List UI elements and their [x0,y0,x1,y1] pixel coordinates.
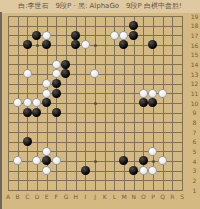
board-cell-D16[interactable] [32,40,42,50]
board-cell-S14[interactable] [177,59,187,69]
board-cell-A18[interactable] [3,21,13,31]
board-cell-F18[interactable] [51,21,61,31]
board-cell-N12[interactable] [129,79,139,89]
board-cell-H12[interactable] [71,79,81,89]
board-cell-P17[interactable] [148,30,158,40]
board-cell-J8[interactable] [90,117,100,127]
board-cell-C16[interactable] [22,40,32,50]
board-cell-B6[interactable] [13,137,23,147]
board-cell-P15[interactable] [148,50,158,60]
board-cell-K18[interactable] [100,21,110,31]
board-cell-L2[interactable] [109,175,119,185]
board-cell-E17[interactable] [42,30,52,40]
board-cell-C2[interactable] [22,175,32,185]
board-cell-O2[interactable] [138,175,148,185]
board-cell-L15[interactable] [109,50,119,60]
board-cell-M12[interactable] [119,79,129,89]
board-cell-L13[interactable] [109,69,119,79]
board-cell-Q14[interactable] [158,59,168,69]
board-cell-D9[interactable] [32,108,42,118]
board-cell-F8[interactable] [51,117,61,127]
board-cell-C6[interactable] [22,137,32,147]
board-cell-A19[interactable] [3,11,13,21]
board-cell-D15[interactable] [32,50,42,60]
board-cell-K10[interactable] [100,98,110,108]
board-cell-H7[interactable] [71,127,81,137]
board-cell-O10[interactable] [138,98,148,108]
black-stone-N3[interactable] [129,166,138,175]
black-stone-F12[interactable] [52,79,61,88]
board-cell-L6[interactable] [109,137,119,147]
board-cell-N7[interactable] [129,127,139,137]
board-cell-J18[interactable] [90,21,100,31]
board-cell-O5[interactable] [138,146,148,156]
board-cell-P14[interactable] [148,59,158,69]
board-cell-K2[interactable] [100,175,110,185]
board-cell-O3[interactable] [138,166,148,176]
board-cell-I8[interactable] [80,117,90,127]
board-cell-C11[interactable] [22,88,32,98]
board-cell-E6[interactable] [42,137,52,147]
black-stone-C6[interactable] [23,137,32,146]
board-cell-M14[interactable] [119,59,129,69]
board-cell-H19[interactable] [71,11,81,21]
board-cell-I9[interactable] [80,108,90,118]
board-cell-Q11[interactable] [158,88,168,98]
white-stone-P11[interactable] [148,89,157,98]
white-stone-O11[interactable] [139,89,148,98]
board-cell-L16[interactable] [109,40,119,50]
board-cell-D17[interactable] [32,30,42,40]
board-cell-B14[interactable] [13,59,23,69]
board-cell-R12[interactable] [167,79,177,89]
board-cell-P4[interactable] [148,156,158,166]
board-cell-H9[interactable] [71,108,81,118]
board-cell-F19[interactable] [51,11,61,21]
board-cell-I17[interactable] [80,30,90,40]
board-cell-B13[interactable] [13,69,23,79]
board-cell-B4[interactable] [13,156,23,166]
board-cell-L19[interactable] [109,11,119,21]
board-cell-R17[interactable] [167,30,177,40]
board-cell-H16[interactable] [71,40,81,50]
board-cell-K4[interactable] [100,156,110,166]
board-cell-J13[interactable] [90,69,100,79]
white-stone-F14[interactable] [52,60,61,69]
board-cell-L4[interactable] [109,156,119,166]
board-cell-S4[interactable] [177,156,187,166]
board-cell-M8[interactable] [119,117,129,127]
board-cell-G14[interactable] [61,59,71,69]
board-cell-D4[interactable] [32,156,42,166]
white-stone-Q11[interactable] [158,89,167,98]
board-cell-N15[interactable] [129,50,139,60]
board-cell-L8[interactable] [109,117,119,127]
board-cell-R19[interactable] [167,11,177,21]
board-cell-M9[interactable] [119,108,129,118]
board-cell-D3[interactable] [32,166,42,176]
white-stone-B10[interactable] [13,98,22,107]
board-cell-R14[interactable] [167,59,177,69]
board-cell-S10[interactable] [177,98,187,108]
board-cell-B9[interactable] [13,108,23,118]
black-stone-P16[interactable] [148,40,157,49]
board-cell-P16[interactable] [148,40,158,50]
board-cell-B3[interactable] [13,166,23,176]
board-cell-K6[interactable] [100,137,110,147]
board-cell-K5[interactable] [100,146,110,156]
black-stone-N18[interactable] [129,21,138,30]
board-cell-R3[interactable] [167,166,177,176]
board-cell-I4[interactable] [80,156,90,166]
white-stone-E5[interactable] [42,147,51,156]
board-cell-C12[interactable] [22,79,32,89]
board-cell-B17[interactable] [13,30,23,40]
black-stone-F11[interactable] [52,89,61,98]
black-stone-I3[interactable] [81,166,90,175]
board-cell-G6[interactable] [61,137,71,147]
board-cell-B19[interactable] [13,11,23,21]
board-cell-K13[interactable] [100,69,110,79]
board-cell-Q18[interactable] [158,21,168,31]
board-cell-H4[interactable] [71,156,81,166]
board-cell-M2[interactable] [119,175,129,185]
board-cell-E11[interactable] [42,88,52,98]
board-cell-J17[interactable] [90,30,100,40]
board-cell-D6[interactable] [32,137,42,147]
board-cell-Q9[interactable] [158,108,168,118]
board-cell-E13[interactable] [42,69,52,79]
board-cell-G8[interactable] [61,117,71,127]
board-cell-N4[interactable] [129,156,139,166]
board-cell-O4[interactable] [138,156,148,166]
board-cell-F9[interactable] [51,108,61,118]
board-cell-P2[interactable] [148,175,158,185]
board-cell-D12[interactable] [32,79,42,89]
board-cell-M17[interactable] [119,30,129,40]
white-stone-E12[interactable] [42,79,51,88]
board-cell-J6[interactable] [90,137,100,147]
board-cell-K3[interactable] [100,166,110,176]
board-cell-I7[interactable] [80,127,90,137]
board-cell-R10[interactable] [167,98,177,108]
board-cell-S11[interactable] [177,88,187,98]
board-cell-S13[interactable] [177,69,187,79]
board-cell-N2[interactable] [129,175,139,185]
board-cell-B5[interactable] [13,146,23,156]
board-cell-H2[interactable] [71,175,81,185]
board-cell-O14[interactable] [138,59,148,69]
board-cell-B2[interactable] [13,175,23,185]
board-cell-E10[interactable] [42,98,52,108]
board-cell-Q15[interactable] [158,50,168,60]
board-cell-J9[interactable] [90,108,100,118]
board-cell-M5[interactable] [119,146,129,156]
board-cell-F14[interactable] [51,59,61,69]
board-cell-K11[interactable] [100,88,110,98]
board-cell-N17[interactable] [129,30,139,40]
board-cell-N13[interactable] [129,69,139,79]
board-cell-Q4[interactable] [158,156,168,166]
board-cell-Q16[interactable] [158,40,168,50]
black-stone-D9[interactable] [32,108,41,117]
board-cell-Q10[interactable] [158,98,168,108]
board-cell-G18[interactable] [61,21,71,31]
board-cell-L17[interactable] [109,30,119,40]
board-cell-K9[interactable] [100,108,110,118]
white-stone-D10[interactable] [32,98,41,107]
board-cell-H11[interactable] [71,88,81,98]
board-cell-E19[interactable] [42,11,52,21]
board-cell-K19[interactable] [100,11,110,21]
board-cell-M6[interactable] [119,137,129,147]
black-stone-H16[interactable] [71,40,80,49]
black-stone-M16[interactable] [119,40,128,49]
board-cell-A9[interactable] [3,108,13,118]
white-stone-F13[interactable] [52,69,61,78]
board-cell-O12[interactable] [138,79,148,89]
board-cell-H6[interactable] [71,137,81,147]
board-cell-E18[interactable] [42,21,52,31]
board-cell-M16[interactable] [119,40,129,50]
board-cell-F11[interactable] [51,88,61,98]
board-cell-N19[interactable] [129,11,139,21]
board-cell-O19[interactable] [138,11,148,21]
board-cell-R8[interactable] [167,117,177,127]
board-cell-H15[interactable] [71,50,81,60]
board-cell-L5[interactable] [109,146,119,156]
board-cell-G5[interactable] [61,146,71,156]
board-cell-F6[interactable] [51,137,61,147]
board-cell-J11[interactable] [90,88,100,98]
board-cell-B10[interactable] [13,98,23,108]
board-cell-K14[interactable] [100,59,110,69]
board-cell-B12[interactable] [13,79,23,89]
board-cell-I3[interactable] [80,166,90,176]
black-stone-C9[interactable] [23,108,32,117]
board-cell-P10[interactable] [148,98,158,108]
board-cell-N6[interactable] [129,137,139,147]
board-cell-F16[interactable] [51,40,61,50]
board-cell-F2[interactable] [51,175,61,185]
board-cell-F4[interactable] [51,156,61,166]
board-cell-S15[interactable] [177,50,187,60]
board-cell-Q3[interactable] [158,166,168,176]
board-cell-N14[interactable] [129,59,139,69]
white-stone-Q4[interactable] [158,156,167,165]
board-cell-R11[interactable] [167,88,177,98]
board-cell-Q2[interactable] [158,175,168,185]
black-stone-E4[interactable] [42,156,51,165]
board-cell-J16[interactable] [90,40,100,50]
board-cell-F5[interactable] [51,146,61,156]
board-cell-S8[interactable] [177,117,187,127]
board-cell-E16[interactable] [42,40,52,50]
black-stone-F9[interactable] [52,108,61,117]
board-cell-D2[interactable] [32,175,42,185]
board-cell-C9[interactable] [22,108,32,118]
board-cell-R16[interactable] [167,40,177,50]
board-cell-P13[interactable] [148,69,158,79]
white-stone-E3[interactable] [42,166,51,175]
board-cell-H17[interactable] [71,30,81,40]
board-cell-O15[interactable] [138,50,148,60]
board-cell-N16[interactable] [129,40,139,50]
board-cell-P3[interactable] [148,166,158,176]
board-cell-N3[interactable] [129,166,139,176]
board-cell-Q12[interactable] [158,79,168,89]
board-cell-C13[interactable] [22,69,32,79]
board-cell-D5[interactable] [32,146,42,156]
board-cell-I2[interactable] [80,175,90,185]
board-cell-B18[interactable] [13,21,23,31]
board-cell-Q7[interactable] [158,127,168,137]
board-cell-F15[interactable] [51,50,61,60]
board-cell-M7[interactable] [119,127,129,137]
board-cell-A12[interactable] [3,79,13,89]
board-cell-P12[interactable] [148,79,158,89]
board-cell-I15[interactable] [80,50,90,60]
board-cell-N18[interactable] [129,21,139,31]
board-cell-M15[interactable] [119,50,129,60]
board-cell-G11[interactable] [61,88,71,98]
black-stone-O4[interactable] [139,156,148,165]
board-cell-F17[interactable] [51,30,61,40]
board-cell-J12[interactable] [90,79,100,89]
board-cell-M11[interactable] [119,88,129,98]
board-cell-C7[interactable] [22,127,32,137]
board-cell-C8[interactable] [22,117,32,127]
board-cell-A8[interactable] [3,117,13,127]
board-cell-G17[interactable] [61,30,71,40]
board-cell-S17[interactable] [177,30,187,40]
board-cell-D11[interactable] [32,88,42,98]
board-cell-S7[interactable] [177,127,187,137]
board-cell-F3[interactable] [51,166,61,176]
black-stone-P10[interactable] [148,98,157,107]
board-cell-B7[interactable] [13,127,23,137]
board-cell-N8[interactable] [129,117,139,127]
board-cell-D10[interactable] [32,98,42,108]
board-cell-C5[interactable] [22,146,32,156]
board-cell-K15[interactable] [100,50,110,60]
board-cell-E3[interactable] [42,166,52,176]
board-cell-G3[interactable] [61,166,71,176]
white-stone-B4[interactable] [13,156,22,165]
white-stone-P5[interactable] [148,147,157,156]
board-cell-J15[interactable] [90,50,100,60]
board-cell-P6[interactable] [148,137,158,147]
board-cell-R6[interactable] [167,137,177,147]
black-stone-E16[interactable] [42,40,51,49]
board-cell-L14[interactable] [109,59,119,69]
board-cell-L18[interactable] [109,21,119,31]
board-cell-H8[interactable] [71,117,81,127]
board-cell-A4[interactable] [3,156,13,166]
board-cell-A5[interactable] [3,146,13,156]
board-cell-E8[interactable] [42,117,52,127]
white-stone-M17[interactable] [119,31,128,40]
board-cell-H18[interactable] [71,21,81,31]
board-cell-S16[interactable] [177,40,187,50]
board-cell-H13[interactable] [71,69,81,79]
black-stone-H17[interactable] [71,31,80,40]
board-cell-G2[interactable] [61,175,71,185]
board-cell-E12[interactable] [42,79,52,89]
white-stone-E17[interactable] [42,31,51,40]
board-cell-O16[interactable] [138,40,148,50]
board-cell-D19[interactable] [32,11,42,21]
board-cell-M19[interactable] [119,11,129,21]
white-stone-E11[interactable] [42,89,51,98]
board-cell-O13[interactable] [138,69,148,79]
board-cell-D18[interactable] [32,21,42,31]
board-cell-M18[interactable] [119,21,129,31]
board-cell-B8[interactable] [13,117,23,127]
board-cell-I13[interactable] [80,69,90,79]
board-cell-H10[interactable] [71,98,81,108]
board-cell-J4[interactable] [90,156,100,166]
board-cell-A17[interactable] [3,30,13,40]
board-cell-E5[interactable] [42,146,52,156]
board-cell-J19[interactable] [90,11,100,21]
board-cell-I19[interactable] [80,11,90,21]
board-cell-I10[interactable] [80,98,90,108]
black-stone-E10[interactable] [42,98,51,107]
board-cell-F12[interactable] [51,79,61,89]
board-cell-L3[interactable] [109,166,119,176]
board-cell-Q6[interactable] [158,137,168,147]
board-cell-A13[interactable] [3,69,13,79]
board-cell-L9[interactable] [109,108,119,118]
black-stone-M4[interactable] [119,156,128,165]
board-cell-S18[interactable] [177,21,187,31]
board-cell-S9[interactable] [177,108,187,118]
board-cell-B11[interactable] [13,88,23,98]
board-cell-S6[interactable] [177,137,187,147]
board-cell-N5[interactable] [129,146,139,156]
board-cell-I11[interactable] [80,88,90,98]
board-cell-G12[interactable] [61,79,71,89]
board-cell-K8[interactable] [100,117,110,127]
board-cell-D13[interactable] [32,69,42,79]
board-cell-F10[interactable] [51,98,61,108]
board-cell-M3[interactable] [119,166,129,176]
black-stone-D17[interactable] [32,31,41,40]
board-cell-O9[interactable] [138,108,148,118]
board-cell-R5[interactable] [167,146,177,156]
board-cell-H3[interactable] [71,166,81,176]
black-stone-C16[interactable] [23,40,32,49]
board-cell-D14[interactable] [32,59,42,69]
board-cell-F7[interactable] [51,127,61,137]
board-cell-L10[interactable] [109,98,119,108]
board-cell-C15[interactable] [22,50,32,60]
board-cell-K16[interactable] [100,40,110,50]
board-cell-P8[interactable] [148,117,158,127]
board-cell-R15[interactable] [167,50,177,60]
board-cell-R18[interactable] [167,21,177,31]
white-stone-C10[interactable] [23,98,32,107]
board-cell-A15[interactable] [3,50,13,60]
board-cell-G19[interactable] [61,11,71,21]
board-cell-P5[interactable] [148,146,158,156]
board-cell-E4[interactable] [42,156,52,166]
board-cell-N10[interactable] [129,98,139,108]
board-cell-Q8[interactable] [158,117,168,127]
board-cell-R2[interactable] [167,175,177,185]
board-cell-O6[interactable] [138,137,148,147]
